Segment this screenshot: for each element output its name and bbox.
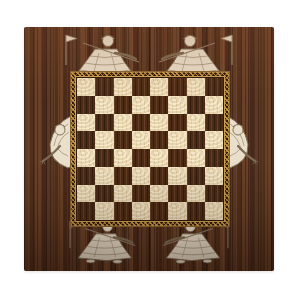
board-square[interactable] <box>168 114 186 132</box>
board-square[interactable] <box>150 202 168 220</box>
chess-board-frame <box>70 71 230 227</box>
board-square[interactable] <box>205 167 223 185</box>
board-square[interactable] <box>150 149 168 167</box>
board-square[interactable] <box>205 149 223 167</box>
board-square[interactable] <box>114 149 132 167</box>
board-square[interactable] <box>132 78 150 96</box>
board-square[interactable] <box>187 185 205 203</box>
board-square[interactable] <box>132 167 150 185</box>
board-square[interactable] <box>187 149 205 167</box>
board-square[interactable] <box>114 96 132 114</box>
board-square[interactable] <box>150 114 168 132</box>
board-square[interactable] <box>95 202 113 220</box>
chess-board-inner-border <box>75 76 225 222</box>
board-square[interactable] <box>150 185 168 203</box>
board-square[interactable] <box>187 96 205 114</box>
bowing-figure-left-icon <box>38 103 72 179</box>
board-square[interactable] <box>77 202 95 220</box>
board-square[interactable] <box>150 131 168 149</box>
board-square[interactable] <box>187 167 205 185</box>
board-square[interactable] <box>168 78 186 96</box>
board-square[interactable] <box>168 167 186 185</box>
board-square[interactable] <box>95 185 113 203</box>
board-square[interactable] <box>150 96 168 114</box>
board-square[interactable] <box>150 167 168 185</box>
board-square[interactable] <box>205 96 223 114</box>
board-square[interactable] <box>168 96 186 114</box>
board-square[interactable] <box>77 131 95 149</box>
board-square[interactable] <box>114 167 132 185</box>
board-square[interactable] <box>132 202 150 220</box>
board-square[interactable] <box>187 78 205 96</box>
board-square[interactable] <box>95 149 113 167</box>
board-square[interactable] <box>95 114 113 132</box>
board-square[interactable] <box>114 114 132 132</box>
board-square[interactable] <box>114 185 132 203</box>
board-square[interactable] <box>114 202 132 220</box>
board-square[interactable] <box>77 96 95 114</box>
board-square[interactable] <box>132 185 150 203</box>
board-square[interactable] <box>114 78 132 96</box>
board-square[interactable] <box>205 114 223 132</box>
board-square[interactable] <box>132 114 150 132</box>
board-square[interactable] <box>77 78 95 96</box>
board-square[interactable] <box>205 131 223 149</box>
board-square[interactable] <box>150 78 168 96</box>
board-square[interactable] <box>77 114 95 132</box>
board-square[interactable] <box>132 96 150 114</box>
board-square[interactable] <box>77 167 95 185</box>
board-square[interactable] <box>95 131 113 149</box>
walnut-game-case <box>24 27 274 271</box>
board-square[interactable] <box>77 185 95 203</box>
board-square[interactable] <box>77 149 95 167</box>
photo-background <box>0 0 300 300</box>
board-square[interactable] <box>187 202 205 220</box>
board-square[interactable] <box>205 202 223 220</box>
bowing-figure-right-icon <box>226 103 260 179</box>
board-square[interactable] <box>114 131 132 149</box>
board-square[interactable] <box>187 131 205 149</box>
board-square[interactable] <box>95 96 113 114</box>
board-square[interactable] <box>95 78 113 96</box>
board-square[interactable] <box>168 202 186 220</box>
board-square[interactable] <box>168 131 186 149</box>
board-square[interactable] <box>132 131 150 149</box>
board-square[interactable] <box>205 185 223 203</box>
board-square[interactable] <box>168 185 186 203</box>
chess-board <box>77 78 223 220</box>
board-square[interactable] <box>132 149 150 167</box>
board-square[interactable] <box>205 78 223 96</box>
board-square[interactable] <box>187 114 205 132</box>
board-square[interactable] <box>95 167 113 185</box>
board-square[interactable] <box>168 149 186 167</box>
